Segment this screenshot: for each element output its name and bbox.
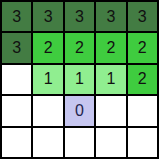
cell-r4c4[interactable] — [96, 96, 125, 125]
cell-r4c1[interactable] — [2, 96, 31, 125]
cell-r5c3[interactable] — [65, 128, 94, 157]
cell-r4c3[interactable]: 0 — [65, 96, 94, 125]
cell-r1c2[interactable]: 3 — [33, 2, 62, 31]
cell-r2c4[interactable]: 2 — [96, 33, 125, 62]
cell-r5c4[interactable] — [96, 128, 125, 157]
cell-r3c1[interactable] — [2, 65, 31, 94]
cell-r5c5[interactable] — [128, 128, 157, 157]
cell-r3c2[interactable]: 1 — [33, 65, 62, 94]
cell-r4c5[interactable] — [128, 96, 157, 125]
cell-r4c2[interactable] — [33, 96, 62, 125]
cell-r3c5[interactable]: 2 — [128, 65, 157, 94]
cell-r1c3[interactable]: 3 — [65, 2, 94, 31]
cell-r2c1[interactable]: 3 — [2, 33, 31, 62]
cell-r1c4[interactable]: 3 — [96, 2, 125, 31]
puzzle-grid: 333333222211120 — [0, 0, 159, 159]
cell-r5c2[interactable] — [33, 128, 62, 157]
cell-r3c3[interactable]: 1 — [65, 65, 94, 94]
cell-r1c1[interactable]: 3 — [2, 2, 31, 31]
cell-r2c5[interactable]: 2 — [128, 33, 157, 62]
cell-r3c4[interactable]: 1 — [96, 65, 125, 94]
cell-r2c2[interactable]: 2 — [33, 33, 62, 62]
cell-r2c3[interactable]: 2 — [65, 33, 94, 62]
cell-r1c5[interactable]: 3 — [128, 2, 157, 31]
cell-r5c1[interactable] — [2, 128, 31, 157]
